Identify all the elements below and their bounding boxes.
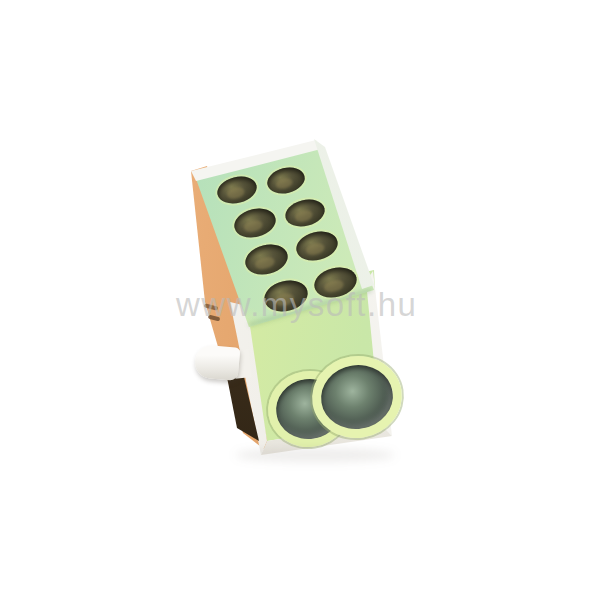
product-shadow (235, 448, 395, 462)
din-clip (194, 344, 241, 381)
product-photo-canvas: www.mysoft.hu (0, 0, 600, 600)
watermark-text: www.mysoft.hu (176, 286, 417, 324)
